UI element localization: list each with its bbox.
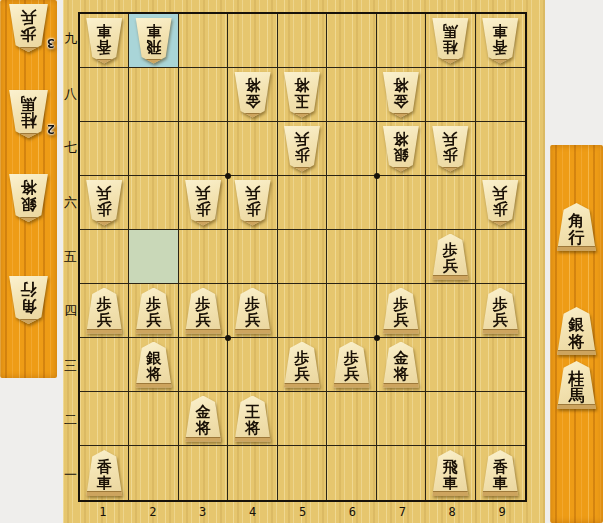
square-9九[interactable]: 香 車 — [476, 14, 525, 68]
star-point — [225, 335, 231, 341]
square-2一[interactable] — [129, 446, 178, 500]
piece-kanji: 金 将 — [381, 72, 421, 118]
square-7九[interactable] — [377, 14, 426, 68]
file-label: 7 — [377, 503, 427, 521]
piece-香車-bottom[interactable]: 香 車 — [84, 450, 124, 496]
shogi-board: 九八七六五四三二一 香 車飛 車桂 馬香 車金 将玉 将金 将歩 兵銀 将歩 兵… — [63, 0, 545, 523]
piece-歩兵-top[interactable]: 歩 兵3 — [7, 4, 50, 52]
piece-kanji: 金 将 — [381, 342, 421, 388]
piece-body: 歩 兵 — [381, 288, 421, 334]
square-5二[interactable] — [278, 392, 327, 446]
piece-桂馬-bottom[interactable]: 桂 馬 — [555, 361, 598, 409]
piece-香車-top[interactable]: 香 車 — [84, 18, 124, 64]
square-2八[interactable] — [129, 68, 178, 122]
square-7一[interactable] — [377, 446, 426, 500]
file-label: 8 — [427, 503, 477, 521]
piece-body: 歩 兵 — [480, 180, 520, 226]
file-label: 1 — [78, 503, 128, 521]
file-label: 5 — [278, 503, 328, 521]
square-2九[interactable]: 飛 車 — [129, 14, 178, 68]
square-8一[interactable]: 飛 車 — [426, 446, 475, 500]
piece-kanji: 銀 将 — [134, 342, 174, 388]
piece-body: 銀 将 — [134, 342, 174, 388]
piece-kanji: 歩 兵 — [381, 288, 421, 334]
piece-body: 香 車 — [84, 18, 124, 64]
rank-label: 五 — [63, 230, 78, 284]
piece-歩兵-bottom[interactable]: 歩 兵 — [430, 234, 470, 280]
piece-銀将-top[interactable]: 銀 将 — [7, 174, 50, 222]
piece-金将-top[interactable]: 金 将 — [381, 72, 421, 118]
square-5七[interactable]: 歩 兵 — [278, 122, 327, 176]
piece-body: 玉 将 — [282, 72, 322, 118]
square-3七[interactable] — [179, 122, 228, 176]
captured-count: 2 — [47, 122, 55, 137]
piece-歩兵-top[interactable]: 歩 兵 — [430, 126, 470, 172]
piece-kanji: 歩 兵 — [480, 180, 520, 226]
square-9七[interactable] — [476, 122, 525, 176]
piece-kanji: 歩 兵 — [84, 288, 124, 334]
square-7二[interactable] — [377, 392, 426, 446]
piece-香車-bottom[interactable]: 香 車 — [480, 450, 520, 496]
piece-body: 桂 馬 — [555, 361, 598, 409]
star-point — [374, 173, 380, 179]
star-point — [225, 173, 231, 179]
square-6四[interactable] — [327, 284, 376, 338]
piece-kanji: 銀 将 — [381, 126, 421, 172]
piece-角行-bottom[interactable]: 角 行 — [555, 203, 598, 251]
square-5九[interactable] — [278, 14, 327, 68]
square-4一[interactable] — [228, 446, 277, 500]
square-1七[interactable] — [80, 122, 129, 176]
square-7五[interactable] — [377, 230, 426, 284]
piece-body: 歩 兵 — [84, 180, 124, 226]
piece-body: 金 将 — [233, 72, 273, 118]
piece-角行-top[interactable]: 角 行 — [7, 276, 50, 324]
piece-body: 銀 将 — [7, 174, 50, 222]
piece-歩兵-top[interactable]: 歩 兵 — [480, 180, 520, 226]
piece-歩兵-top[interactable]: 歩 兵 — [282, 126, 322, 172]
piece-body: 銀 将 — [555, 307, 598, 355]
piece-body: 歩 兵 — [183, 180, 223, 226]
piece-kanji: 歩 兵 — [331, 342, 371, 388]
square-9三[interactable] — [476, 338, 525, 392]
piece-body: 香 車 — [84, 450, 124, 496]
piece-body: 金 将 — [381, 342, 421, 388]
piece-body: 歩 兵 — [7, 4, 50, 52]
square-6三[interactable]: 歩 兵 — [327, 338, 376, 392]
square-4九[interactable] — [228, 14, 277, 68]
board-grid: 香 車飛 車桂 馬香 車金 将玉 将金 将歩 兵銀 将歩 兵歩 兵歩 兵歩 兵歩… — [78, 12, 527, 502]
piece-金将-bottom[interactable]: 金 将 — [183, 396, 223, 442]
square-3九[interactable] — [179, 14, 228, 68]
piece-kanji: 桂 馬 — [555, 361, 598, 409]
rank-label: 八 — [63, 66, 78, 120]
square-2四[interactable]: 歩 兵 — [129, 284, 178, 338]
piece-body: 歩 兵 — [430, 126, 470, 172]
piece-銀将-bottom[interactable]: 銀 将 — [555, 307, 598, 355]
square-4三[interactable] — [228, 338, 277, 392]
file-label: 4 — [228, 503, 278, 521]
square-4六[interactable]: 歩 兵 — [228, 176, 277, 230]
square-4五[interactable] — [228, 230, 277, 284]
rank-label: 二 — [63, 393, 78, 447]
piece-kanji: 香 車 — [480, 450, 520, 496]
piece-kanji: 歩 兵 — [183, 288, 223, 334]
square-2二[interactable] — [129, 392, 178, 446]
square-7四[interactable]: 歩 兵 — [377, 284, 426, 338]
square-7三[interactable]: 金 将 — [377, 338, 426, 392]
piece-歩兵-top[interactable]: 歩 兵 — [233, 180, 273, 226]
square-9六[interactable]: 歩 兵 — [476, 176, 525, 230]
piece-飛車-top[interactable]: 飛 車 — [134, 18, 174, 64]
piece-歩兵-bottom[interactable]: 歩 兵 — [233, 288, 273, 334]
piece-body: 歩 兵 — [430, 234, 470, 280]
piece-kanji: 歩 兵 — [282, 126, 322, 172]
square-1六[interactable]: 歩 兵 — [80, 176, 129, 230]
square-3三[interactable] — [179, 338, 228, 392]
square-1一[interactable]: 香 車 — [80, 446, 129, 500]
square-2三[interactable]: 銀 将 — [129, 338, 178, 392]
rank-label: 三 — [63, 339, 78, 393]
square-5一[interactable] — [278, 446, 327, 500]
square-9八[interactable] — [476, 68, 525, 122]
piece-body: 歩 兵 — [480, 288, 520, 334]
square-3四[interactable]: 歩 兵 — [179, 284, 228, 338]
square-6七[interactable] — [327, 122, 376, 176]
square-1八[interactable] — [80, 68, 129, 122]
star-point — [374, 335, 380, 341]
piece-歩兵-bottom[interactable]: 歩 兵 — [381, 288, 421, 334]
captured-pieces-stand-top-player: 歩 兵3桂 馬2銀 将角 行 — [0, 0, 57, 378]
piece-kanji: 香 車 — [84, 18, 124, 64]
piece-kanji: 玉 将 — [282, 72, 322, 118]
square-3五[interactable] — [179, 230, 228, 284]
square-5五[interactable] — [278, 230, 327, 284]
piece-kanji: 桂 馬 — [430, 18, 470, 64]
square-7七[interactable]: 銀 将 — [377, 122, 426, 176]
rank-label: 四 — [63, 284, 78, 338]
square-2五[interactable] — [129, 230, 178, 284]
piece-kanji: 歩 兵 — [480, 288, 520, 334]
piece-玉将-top[interactable]: 玉 将 — [282, 72, 322, 118]
piece-王将-bottom[interactable]: 王 将 — [233, 396, 273, 442]
square-4八[interactable]: 金 将 — [228, 68, 277, 122]
piece-kanji: 歩 兵 — [282, 342, 322, 388]
file-label: 6 — [327, 503, 377, 521]
piece-歩兵-bottom[interactable]: 歩 兵 — [134, 288, 174, 334]
square-2六[interactable] — [129, 176, 178, 230]
piece-kanji: 角 行 — [7, 276, 50, 324]
square-3六[interactable]: 歩 兵 — [179, 176, 228, 230]
piece-歩兵-bottom[interactable]: 歩 兵 — [480, 288, 520, 334]
square-6九[interactable] — [327, 14, 376, 68]
piece-kanji: 王 将 — [233, 396, 273, 442]
shogi-app-screen: 歩 兵3桂 馬2銀 将角 行 九八七六五四三二一 香 車飛 車桂 馬香 車金 将… — [0, 0, 603, 523]
square-8四[interactable] — [426, 284, 475, 338]
piece-body: 桂 馬 — [430, 18, 470, 64]
piece-body: 飛 車 — [430, 450, 470, 496]
square-8二[interactable] — [426, 392, 475, 446]
square-1二[interactable] — [80, 392, 129, 446]
square-4二[interactable]: 王 将 — [228, 392, 277, 446]
square-6五[interactable] — [327, 230, 376, 284]
square-7六[interactable] — [377, 176, 426, 230]
piece-body: 歩 兵 — [331, 342, 371, 388]
piece-body: 歩 兵 — [183, 288, 223, 334]
rank-label: 六 — [63, 175, 78, 229]
piece-kanji: 角 行 — [555, 203, 598, 251]
square-3八[interactable] — [179, 68, 228, 122]
file-label: 9 — [477, 503, 527, 521]
piece-歩兵-bottom[interactable]: 歩 兵 — [183, 288, 223, 334]
piece-body: 歩 兵 — [233, 180, 273, 226]
piece-kanji: 歩 兵 — [430, 126, 470, 172]
piece-body: 香 車 — [480, 18, 520, 64]
piece-香車-top[interactable]: 香 車 — [480, 18, 520, 64]
piece-桂馬-top[interactable]: 桂 馬 — [430, 18, 470, 64]
square-9五[interactable] — [476, 230, 525, 284]
square-6六[interactable] — [327, 176, 376, 230]
piece-body: 歩 兵 — [282, 126, 322, 172]
square-8六[interactable] — [426, 176, 475, 230]
piece-body: 飛 車 — [134, 18, 174, 64]
file-label: 3 — [178, 503, 228, 521]
piece-kanji: 歩 兵 — [7, 4, 50, 52]
square-6二[interactable] — [327, 392, 376, 446]
piece-body: 角 行 — [555, 203, 598, 251]
square-1三[interactable] — [80, 338, 129, 392]
square-8五[interactable]: 歩 兵 — [426, 230, 475, 284]
captured-count: 3 — [47, 36, 55, 51]
square-5八[interactable]: 玉 将 — [278, 68, 327, 122]
rank-label: 九 — [63, 12, 78, 66]
piece-kanji: 歩 兵 — [430, 234, 470, 280]
piece-body: 歩 兵 — [282, 342, 322, 388]
piece-kanji: 金 将 — [233, 72, 273, 118]
captured-pieces-stand-bottom-player: 角 行銀 将桂 馬 — [550, 145, 603, 523]
piece-kanji: 銀 将 — [555, 307, 598, 355]
square-9一[interactable]: 香 車 — [476, 446, 525, 500]
piece-桂馬-top[interactable]: 桂 馬2 — [7, 90, 50, 138]
square-2七[interactable] — [129, 122, 178, 176]
square-9四[interactable]: 歩 兵 — [476, 284, 525, 338]
square-1九[interactable]: 香 車 — [80, 14, 129, 68]
piece-body: 桂 馬 — [7, 90, 50, 138]
piece-kanji: 香 車 — [480, 18, 520, 64]
square-8七[interactable]: 歩 兵 — [426, 122, 475, 176]
piece-body: 王 将 — [233, 396, 273, 442]
piece-歩兵-top[interactable]: 歩 兵 — [84, 180, 124, 226]
piece-金将-bottom[interactable]: 金 将 — [381, 342, 421, 388]
piece-kanji: 歩 兵 — [84, 180, 124, 226]
piece-body: 歩 兵 — [134, 288, 174, 334]
square-6八[interactable] — [327, 68, 376, 122]
rank-label: 七 — [63, 121, 78, 175]
square-8三[interactable] — [426, 338, 475, 392]
piece-kanji: 金 将 — [183, 396, 223, 442]
piece-kanji: 歩 兵 — [233, 288, 273, 334]
square-4四[interactable]: 歩 兵 — [228, 284, 277, 338]
piece-body: 香 車 — [480, 450, 520, 496]
file-labels: 123456789 — [78, 503, 527, 521]
file-label: 2 — [128, 503, 178, 521]
rank-label: 一 — [63, 448, 78, 502]
piece-body: 歩 兵 — [84, 288, 124, 334]
square-8八[interactable] — [426, 68, 475, 122]
square-3一[interactable] — [179, 446, 228, 500]
piece-銀将-bottom[interactable]: 銀 将 — [134, 342, 174, 388]
square-7八[interactable]: 金 将 — [377, 68, 426, 122]
piece-銀将-top[interactable]: 銀 将 — [381, 126, 421, 172]
piece-kanji: 歩 兵 — [134, 288, 174, 334]
piece-kanji: 飛 車 — [430, 450, 470, 496]
piece-歩兵-bottom[interactable]: 歩 兵 — [84, 288, 124, 334]
piece-kanji: 銀 将 — [7, 174, 50, 222]
piece-kanji: 飛 車 — [134, 18, 174, 64]
square-1四[interactable]: 歩 兵 — [80, 284, 129, 338]
piece-kanji: 歩 兵 — [233, 180, 273, 226]
piece-飛車-bottom[interactable]: 飛 車 — [430, 450, 470, 496]
square-5四[interactable] — [278, 284, 327, 338]
piece-金将-top[interactable]: 金 将 — [233, 72, 273, 118]
piece-body: 銀 将 — [381, 126, 421, 172]
piece-歩兵-bottom[interactable]: 歩 兵 — [331, 342, 371, 388]
piece-kanji: 歩 兵 — [183, 180, 223, 226]
piece-kanji: 香 車 — [84, 450, 124, 496]
square-5三[interactable]: 歩 兵 — [278, 338, 327, 392]
piece-body: 角 行 — [7, 276, 50, 324]
piece-歩兵-top[interactable]: 歩 兵 — [183, 180, 223, 226]
square-1五[interactable] — [80, 230, 129, 284]
square-3二[interactable]: 金 将 — [179, 392, 228, 446]
square-6一[interactable] — [327, 446, 376, 500]
piece-body: 金 将 — [183, 396, 223, 442]
square-9二[interactable] — [476, 392, 525, 446]
square-8九[interactable]: 桂 馬 — [426, 14, 475, 68]
piece-body: 歩 兵 — [233, 288, 273, 334]
piece-body: 金 将 — [381, 72, 421, 118]
piece-歩兵-bottom[interactable]: 歩 兵 — [282, 342, 322, 388]
square-5六[interactable] — [278, 176, 327, 230]
square-4七[interactable] — [228, 122, 277, 176]
rank-labels: 九八七六五四三二一 — [63, 12, 78, 502]
piece-kanji: 桂 馬 — [7, 90, 50, 138]
